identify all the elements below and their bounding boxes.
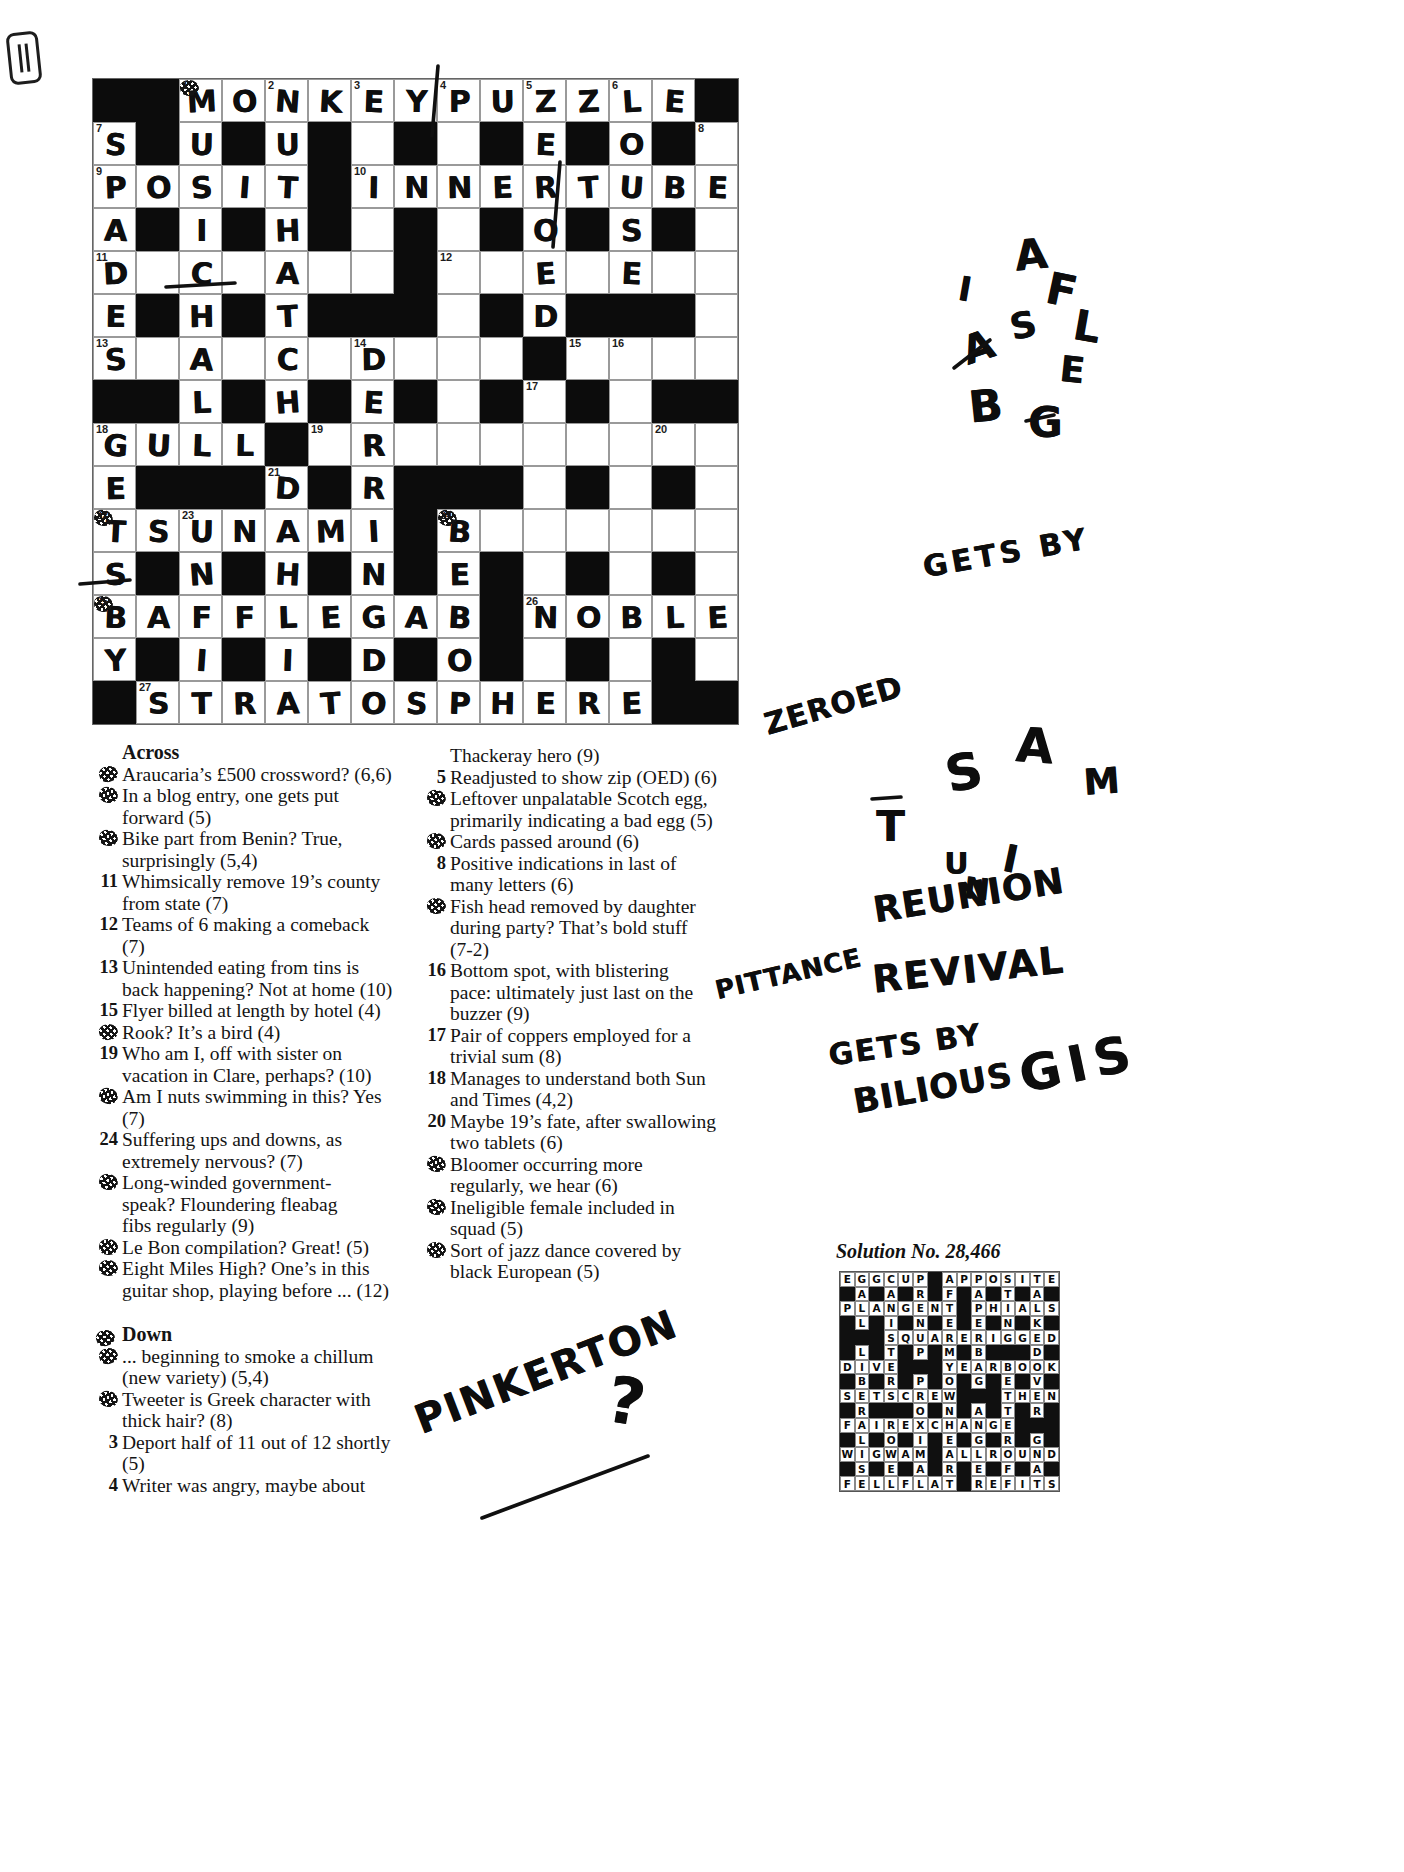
- cell-letter: E: [308, 595, 353, 640]
- solution-cell: E: [1001, 1374, 1016, 1389]
- grid-cell-r7c6[interactable]: [308, 337, 351, 380]
- grid-cell-r11c4[interactable]: N: [222, 509, 265, 552]
- grid-cell-r5c13[interactable]: E: [609, 251, 652, 294]
- solution-cell: C: [898, 1389, 913, 1404]
- grid-cell-r1c10[interactable]: U: [480, 79, 523, 122]
- solution-cell: [928, 1316, 943, 1331]
- crossword-grid: MONKEYPUZZLESUUEOPOSITINNERTUBEAIHOSDCAE…: [92, 78, 739, 725]
- clue-item: In a blog entry, one gets putforward (5): [94, 785, 410, 828]
- solution-cell: [1015, 1433, 1030, 1448]
- clue-number: 5: [422, 767, 450, 789]
- grid-cell-r15c3[interactable]: T: [179, 681, 222, 724]
- cell-letter: L: [265, 595, 309, 639]
- grid-cell-r8c7[interactable]: E: [351, 380, 394, 423]
- grid-cell-r13c6[interactable]: E: [308, 595, 351, 638]
- solution-cell: [957, 1345, 972, 1360]
- grid-cell-r8c9[interactable]: [437, 380, 480, 423]
- grid-cell-r1c12[interactable]: Z: [566, 79, 609, 122]
- clue-item: ... beginning to smoke a chillum(new var…: [94, 1346, 410, 1389]
- cell-letter: A: [266, 510, 310, 554]
- clue-number: 8: [422, 853, 450, 896]
- grid-cell-r15c11[interactable]: E: [523, 681, 566, 724]
- grid-cell-r7c2[interactable]: [136, 337, 179, 380]
- grid-cell-r15c14: [652, 681, 695, 724]
- grid-cell-r10c1[interactable]: E: [93, 466, 136, 509]
- clue-number: 12: [94, 914, 122, 957]
- handwritten-note: ?: [601, 1362, 650, 1441]
- grid-cell-r11c12[interactable]: [566, 509, 609, 552]
- clue-text: Thackeray hero (9): [450, 745, 599, 767]
- solution-cell: E: [942, 1316, 957, 1331]
- grid-cell-r2c13[interactable]: O: [609, 122, 652, 165]
- grid-cell-r1c14[interactable]: E: [652, 79, 695, 122]
- grid-cell-r14c5[interactable]: I: [265, 638, 308, 681]
- grid-cell-r4c13[interactable]: S: [609, 208, 652, 251]
- clue-item: 16Bottom spot, with blisteringpace: ulti…: [422, 960, 742, 1025]
- solution-cell: N: [913, 1316, 928, 1331]
- clue-item: Bike part from Benin? True,surprisingly …: [94, 828, 410, 871]
- solution-cell: L: [884, 1476, 899, 1491]
- solution-cell: O: [884, 1433, 899, 1448]
- solution-cell: R: [1001, 1433, 1016, 1448]
- solution-caption: Solution No. 28,466: [836, 1240, 1000, 1263]
- grid-cell-r10c10: [480, 466, 523, 509]
- solution-cell: [971, 1389, 986, 1404]
- cell-letter: E: [609, 251, 654, 296]
- solution-cell: [1030, 1418, 1045, 1433]
- grid-cell-r13c9[interactable]: B: [437, 595, 480, 638]
- pen-stroke: [872, 797, 901, 799]
- handwritten-note: GETS BY: [920, 521, 1092, 585]
- grid-cell-r9c10[interactable]: [480, 423, 523, 466]
- grid-cell-r11c6[interactable]: M: [308, 509, 351, 552]
- grid-cell-r14c13[interactable]: [609, 638, 652, 681]
- clue-number-scribbled: [94, 1086, 122, 1129]
- handwritten-note: G: [1028, 398, 1062, 447]
- grid-cell-r12c5[interactable]: H: [265, 552, 308, 595]
- cell-letter: E: [94, 467, 138, 511]
- grid-cell-r14c1[interactable]: Y: [93, 638, 136, 681]
- grid-cell-r3c13[interactable]: U: [609, 165, 652, 208]
- grid-cell-r10c15[interactable]: [695, 466, 738, 509]
- grid-cell-r1c6[interactable]: K: [308, 79, 351, 122]
- grid-cell-r10c7[interactable]: R: [351, 466, 394, 509]
- cell-letter: U: [180, 123, 224, 167]
- grid-cell-r1c4[interactable]: O: [222, 79, 265, 122]
- solution-cell: L: [869, 1476, 884, 1491]
- grid-cell-r5c5[interactable]: A: [265, 251, 308, 294]
- solution-cell: I: [869, 1418, 884, 1433]
- grid-cell-r13c2[interactable]: A: [136, 595, 179, 638]
- grid-cell-r5c7[interactable]: [351, 251, 394, 294]
- grid-cell-r12c13[interactable]: [609, 552, 652, 595]
- clue-number-14: 14: [354, 338, 366, 349]
- grid-cell-r5c2[interactable]: [136, 251, 179, 294]
- grid-cell-r11c13[interactable]: [609, 509, 652, 552]
- grid-cell-r3c8[interactable]: N: [394, 165, 437, 208]
- solution-cell: W: [840, 1447, 855, 1462]
- clue-item: Bloomer occurring moreregularly, we hear…: [422, 1154, 742, 1197]
- grid-cell-r14c9[interactable]: O: [437, 638, 480, 681]
- cell-letter: L: [179, 423, 223, 467]
- grid-cell-r9c8[interactable]: [394, 423, 437, 466]
- solution-cell: N: [1030, 1447, 1045, 1462]
- grid-cell-r8c3[interactable]: L: [179, 380, 222, 423]
- grid-cell-r9c3[interactable]: L: [179, 423, 222, 466]
- grid-cell-r4c3[interactable]: I: [179, 208, 222, 251]
- solution-cell: I: [855, 1360, 870, 1375]
- grid-cell-r6c11[interactable]: D: [523, 294, 566, 337]
- cell-letter: O: [567, 596, 610, 639]
- grid-cell-r4c5[interactable]: H: [265, 208, 308, 251]
- clue-number-scribbled: [94, 764, 122, 786]
- solution-cell: I: [855, 1447, 870, 1462]
- solution-cell: T: [869, 1389, 884, 1404]
- cell-letter: E: [695, 595, 740, 640]
- solution-cell: G: [855, 1272, 870, 1287]
- cell-letter: H: [265, 380, 311, 426]
- solution-cell: G: [971, 1374, 986, 1389]
- grid-cell-r6c3[interactable]: H: [179, 294, 222, 337]
- grid-cell-r14c2: [136, 638, 179, 681]
- solution-cell: [1001, 1345, 1016, 1360]
- solution-cell: L: [1030, 1301, 1045, 1316]
- grid-cell-r15c9[interactable]: P: [437, 681, 480, 724]
- grid-cell-r12c1[interactable]: S: [93, 552, 136, 595]
- solution-cell: [928, 1433, 943, 1448]
- solution-cell: N: [1001, 1316, 1016, 1331]
- grid-cell-r2c11[interactable]: E: [523, 122, 566, 165]
- clue-number-scribbled: [422, 788, 450, 831]
- grid-cell-r6c15[interactable]: [695, 294, 738, 337]
- grid-cell-r14c15[interactable]: [695, 638, 738, 681]
- solution-cell: F: [1001, 1462, 1016, 1477]
- grid-cell-r3c11[interactable]: R: [523, 165, 566, 208]
- grid-cell-r5c10[interactable]: [480, 251, 523, 294]
- clue-text: Araucaria’s £500 crossword? (6,6): [122, 764, 392, 786]
- handwritten-note: GIS: [1014, 1023, 1143, 1105]
- solution-cell: T: [1030, 1272, 1045, 1287]
- grid-cell-r11c8: [394, 509, 437, 552]
- grid-cell-r15c10[interactable]: H: [480, 681, 523, 724]
- grid-cell-r7c11: [523, 337, 566, 380]
- grid-cell-r3c12[interactable]: T: [566, 165, 609, 208]
- cell-letter: U: [136, 423, 181, 468]
- grid-cell-r9c15[interactable]: [695, 423, 738, 466]
- cell-letter: N: [352, 553, 396, 597]
- grid-cell-r4c15[interactable]: [695, 208, 738, 251]
- grid-cell-r5c12[interactable]: [566, 251, 609, 294]
- clue-text: Writer was angry, maybe about: [122, 1475, 365, 1497]
- grid-cell-r11c11[interactable]: [523, 509, 566, 552]
- grid-cell-r8c4: [222, 380, 265, 423]
- solution-cell: [1015, 1345, 1030, 1360]
- grid-cell-r13c7[interactable]: G: [351, 595, 394, 638]
- solution-cell: N: [928, 1301, 943, 1316]
- pen-scribble: [99, 1260, 118, 1276]
- grid-cell-r6c13: [609, 294, 652, 337]
- grid-cell-r7c3[interactable]: A: [179, 337, 222, 380]
- solution-cell: D: [840, 1360, 855, 1375]
- grid-cell-r13c8[interactable]: A: [394, 595, 437, 638]
- grid-cell-r8c5[interactable]: H: [265, 380, 308, 423]
- grid-cell-r9c12[interactable]: [566, 423, 609, 466]
- grid-cell-r7c10[interactable]: [480, 337, 523, 380]
- solution-cell: T: [1030, 1476, 1045, 1491]
- solution-cell: N: [884, 1301, 899, 1316]
- solution-cell: [1015, 1418, 1030, 1433]
- cell-letter: H: [265, 552, 310, 597]
- solution-cell: [840, 1433, 855, 1448]
- pen-scribble: [99, 1238, 119, 1255]
- grid-cell-r3c10[interactable]: E: [480, 165, 523, 208]
- clue-text: Sort of jazz dance covered byblack Europ…: [450, 1240, 681, 1283]
- grid-cell-r3c15[interactable]: E: [695, 165, 738, 208]
- handwritten-note: A: [1014, 716, 1055, 774]
- grid-cell-r14c3[interactable]: I: [179, 638, 222, 681]
- grid-cell-r5c4[interactable]: [222, 251, 265, 294]
- grid-cell-r7c15[interactable]: [695, 337, 738, 380]
- grid-cell-r4c9[interactable]: [437, 208, 480, 251]
- clue-text: Ineligible female included insquad (5): [450, 1197, 675, 1240]
- solution-cell: [986, 1462, 1001, 1477]
- grid-cell-r6c1[interactable]: E: [93, 294, 136, 337]
- cell-letter: E: [523, 122, 567, 166]
- grid-cell-r4c7[interactable]: [351, 208, 394, 251]
- grid-cell-r12c11[interactable]: [523, 552, 566, 595]
- solution-cell: E: [855, 1389, 870, 1404]
- grid-cell-r5c3[interactable]: C: [179, 251, 222, 294]
- grid-cell-r11c7[interactable]: I: [351, 509, 394, 552]
- grid-cell-r15c4[interactable]: R: [222, 681, 265, 724]
- grid-cell-r7c9[interactable]: [437, 337, 480, 380]
- grid-cell-r15c13[interactable]: E: [609, 681, 652, 724]
- grid-cell-r3c9[interactable]: N: [437, 165, 480, 208]
- solution-cell: S: [884, 1389, 899, 1404]
- grid-cell-r11c15[interactable]: [695, 509, 738, 552]
- cell-letter: Y: [395, 80, 439, 124]
- solution-cell: A: [913, 1462, 928, 1477]
- grid-cell-r2c6: [308, 122, 351, 165]
- cell-letter: L: [652, 595, 696, 639]
- across-header: Across: [122, 742, 410, 764]
- grid-cell-r12c7[interactable]: N: [351, 552, 394, 595]
- grid-cell-r4c10: [480, 208, 523, 251]
- cell-letter: N: [395, 166, 438, 209]
- grid-cell-r6c12: [566, 294, 609, 337]
- grid-cell-r10c9: [437, 466, 480, 509]
- grid-cell-r3c14[interactable]: B: [652, 165, 695, 208]
- grid-cell-r11c10[interactable]: [480, 509, 523, 552]
- solution-cell: [1015, 1403, 1030, 1418]
- clue-number-scribbled: [422, 1197, 450, 1240]
- grid-cell-r4c1[interactable]: A: [93, 208, 136, 251]
- solution-cell: N: [971, 1418, 986, 1433]
- solution-cell: E: [913, 1301, 928, 1316]
- grid-cell-r3c5[interactable]: T: [265, 165, 308, 208]
- grid-cell-r3c3[interactable]: S: [179, 165, 222, 208]
- grid-cell-r15c12[interactable]: R: [566, 681, 609, 724]
- solution-cell: E: [957, 1330, 972, 1345]
- grid-cell-r12c3[interactable]: N: [179, 552, 222, 595]
- grid-cell-r7c5[interactable]: C: [265, 337, 308, 380]
- clue-number-scribbled: [422, 1240, 450, 1283]
- grid-cell-r6c5[interactable]: T: [265, 294, 308, 337]
- solution-cell: E: [971, 1316, 986, 1331]
- solution-cell: E: [1001, 1418, 1016, 1433]
- grid-cell-r12c10: [480, 552, 523, 595]
- solution-cell: [855, 1330, 870, 1345]
- grid-cell-r5c6[interactable]: [308, 251, 351, 294]
- grid-cell-r8c8: [394, 380, 437, 423]
- grid-cell-r13c3[interactable]: F: [179, 595, 222, 638]
- cell-letter: O: [222, 79, 268, 125]
- down-clues-continued: Thackeray hero (9)5Readjusted to show zi…: [422, 745, 742, 1283]
- solution-cell: [1015, 1287, 1030, 1302]
- grid-cell-r13c13[interactable]: B: [609, 595, 652, 638]
- grid-cell-r14c6: [308, 638, 351, 681]
- grid-cell-r15c8[interactable]: S: [394, 681, 437, 724]
- grid-cell-r14c11[interactable]: [523, 638, 566, 681]
- grid-cell-r2c3[interactable]: U: [179, 122, 222, 165]
- grid-cell-r2c9[interactable]: [437, 122, 480, 165]
- grid-cell-r1c8[interactable]: Y: [394, 79, 437, 122]
- solution-cell: P: [840, 1301, 855, 1316]
- grid-cell-r6c9[interactable]: [437, 294, 480, 337]
- solution-cell: [884, 1403, 899, 1418]
- down-clues: ... beginning to smoke a chillum(new var…: [94, 1346, 410, 1497]
- grid-cell-r9c4[interactable]: L: [222, 423, 265, 466]
- grid-cell-r4c11[interactable]: O: [523, 208, 566, 251]
- down-header: Down: [122, 1324, 410, 1346]
- clue-item: Ineligible female included insquad (5): [422, 1197, 742, 1240]
- grid-cell-r9c7[interactable]: R: [351, 423, 394, 466]
- grid-cell-r12c15[interactable]: [695, 552, 738, 595]
- solution-cell: [928, 1345, 943, 1360]
- clue-item: Eight Miles High? One’s in thisguitar sh…: [94, 1258, 410, 1301]
- cell-letter: L: [179, 380, 223, 424]
- grid-cell-r13c5[interactable]: L: [265, 595, 308, 638]
- grid-cell-r10c4: [222, 466, 265, 509]
- clue-text: Who am I, off with sister onvacation in …: [122, 1043, 372, 1086]
- solution-cell: [986, 1345, 1001, 1360]
- grid-cell-r13c14[interactable]: L: [652, 595, 695, 638]
- clue-item: Sort of jazz dance covered byblack Europ…: [422, 1240, 742, 1283]
- solution-cell: U: [898, 1272, 913, 1287]
- grid-cell-r5c15[interactable]: [695, 251, 738, 294]
- clue-number-11: 11: [96, 252, 108, 263]
- solution-cell: [1044, 1374, 1059, 1389]
- grid-cell-r14c12: [566, 638, 609, 681]
- grid-cell-r13c12[interactable]: O: [566, 595, 609, 638]
- clue-item: Araucaria’s £500 crossword? (6,6): [94, 764, 410, 786]
- grid-cell-r15c7[interactable]: O: [351, 681, 394, 724]
- clue-text: Le Bon compilation? Great! (5): [122, 1237, 369, 1259]
- grid-cell-r5c14[interactable]: [652, 251, 695, 294]
- grid-cell-r9c9[interactable]: [437, 423, 480, 466]
- grid-cell-r12c9[interactable]: E: [437, 552, 480, 595]
- solution-cell: P: [913, 1374, 928, 1389]
- clue-number-5: 5: [526, 80, 532, 91]
- cell-letter: E: [94, 295, 138, 339]
- grid-cell-r7c8[interactable]: [394, 337, 437, 380]
- grid-cell-r5c11[interactable]: E: [523, 251, 566, 294]
- solution-cell: R: [884, 1374, 899, 1389]
- solution-cell: L: [855, 1433, 870, 1448]
- grid-cell-r2c7[interactable]: [351, 122, 394, 165]
- grid-cell-r9c11[interactable]: [523, 423, 566, 466]
- grid-cell-r15c6[interactable]: T: [308, 681, 351, 724]
- clue-number: 20: [422, 1111, 450, 1154]
- grid-cell-r6c8: [394, 294, 437, 337]
- clue-text: Bike part from Benin? True,surprisingly …: [122, 828, 342, 871]
- solution-cell: [840, 1287, 855, 1302]
- solution-cell: G: [869, 1447, 884, 1462]
- cell-letter: A: [179, 337, 224, 382]
- solution-cell: E: [1030, 1389, 1045, 1404]
- grid-cell-r14c7[interactable]: D: [351, 638, 394, 681]
- clue-text: Deport half of 11 out of 12 shortly(5): [122, 1432, 390, 1475]
- grid-cell-r3c4[interactable]: I: [222, 165, 265, 208]
- solution-cell: [928, 1403, 943, 1418]
- grid-cell-r10c11[interactable]: [523, 466, 566, 509]
- grid-cell-r13c15[interactable]: E: [695, 595, 738, 638]
- across-clues: Araucaria’s £500 crossword? (6,6)In a bl…: [94, 764, 410, 1302]
- grid-cell-r12c12: [566, 552, 609, 595]
- solution-cell: A: [855, 1418, 870, 1433]
- grid-cell-r11c14[interactable]: [652, 509, 695, 552]
- grid-cell-r15c5[interactable]: A: [265, 681, 308, 724]
- grid-cell-r11c5[interactable]: A: [265, 509, 308, 552]
- solution-cell: [957, 1476, 972, 1491]
- solution-cell: F: [1001, 1476, 1016, 1491]
- solution-cell: H: [986, 1301, 1001, 1316]
- solution-cell: I: [1001, 1301, 1016, 1316]
- grid-cell-r12c8: [394, 552, 437, 595]
- grid-cell-r10c13[interactable]: [609, 466, 652, 509]
- grid-cell-r14c4: [222, 638, 265, 681]
- solution-cell: M: [942, 1345, 957, 1360]
- solution-cell: [840, 1462, 855, 1477]
- grid-cell-r9c2[interactable]: U: [136, 423, 179, 466]
- grid-cell-r7c4[interactable]: [222, 337, 265, 380]
- grid-cell-r2c5[interactable]: U: [265, 122, 308, 165]
- solution-cell: T: [942, 1476, 957, 1491]
- solution-cell: A: [1030, 1462, 1045, 1477]
- clue-number-13: 13: [96, 338, 108, 349]
- cell-letter: N: [438, 166, 482, 210]
- cell-letter: A: [394, 595, 440, 641]
- clue-item: 8Positive indications in last ofmany let…: [422, 853, 742, 896]
- grid-cell-r13c4[interactable]: F: [222, 595, 265, 638]
- solution-cell: V: [869, 1360, 884, 1375]
- cell-letter: N: [223, 510, 266, 553]
- grid-cell-r11c2[interactable]: S: [136, 509, 179, 552]
- grid-cell-r3c2[interactable]: O: [136, 165, 179, 208]
- grid-cell-r4c14: [652, 208, 695, 251]
- clue-number-23: 23: [182, 510, 194, 521]
- solution-cell: G: [1030, 1433, 1045, 1448]
- grid-cell-r9c13[interactable]: [609, 423, 652, 466]
- crossword-page: MONKEYPUZZLESUUEOPOSITINNERTUBEAIHOSDCAE…: [0, 0, 1404, 1872]
- solution-cell: U: [913, 1330, 928, 1345]
- grid-cell-r7c14[interactable]: [652, 337, 695, 380]
- grid-cell-r8c13[interactable]: [609, 380, 652, 423]
- solution-cell: [1044, 1433, 1059, 1448]
- clue-number-12: 12: [440, 252, 452, 263]
- solution-cell: [869, 1374, 884, 1389]
- clue-text: Flyer billed at length by hotel (4): [122, 1000, 381, 1022]
